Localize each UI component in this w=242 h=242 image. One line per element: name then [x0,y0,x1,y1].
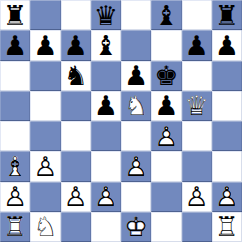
square-h6[interactable] [212,61,242,91]
square-d6[interactable] [91,61,121,91]
square-c2[interactable]: ♟♙ [61,182,91,212]
piece-white-queen[interactable]: ♛♕ [185,92,209,119]
square-c5[interactable] [61,91,91,121]
square-e3[interactable]: ♟♙ [121,151,151,181]
piece-outline-layer: ♙ [154,121,178,152]
square-b1[interactable]: ♞♘ [30,212,60,242]
square-h5[interactable] [212,91,242,121]
square-g3[interactable] [182,151,212,181]
piece-white-pawn[interactable]: ♟♙ [94,183,118,210]
piece-white-pawn[interactable]: ♟♙ [33,153,57,180]
piece-white-pawn[interactable]: ♟♙ [64,183,88,210]
square-c6[interactable]: ♞ [61,61,91,91]
piece-black-pawn[interactable]: ♟ [94,92,118,119]
square-c3[interactable] [61,151,91,181]
chess-board: ♜♛♝♜♟♟♟♝♟♟♞♟♚♟♞♘♟♛♕♟♙♝♗♟♙♟♙♟♙♟♙♟♙♟♙♟♙♜♖♞… [0,0,242,242]
piece-white-bishop[interactable]: ♝♗ [3,153,27,180]
square-f4[interactable]: ♟♙ [151,121,181,151]
square-d8[interactable]: ♛ [91,0,121,30]
square-a6[interactable] [0,61,30,91]
square-b7[interactable]: ♟ [30,30,60,60]
square-c1[interactable] [61,212,91,242]
square-g2[interactable]: ♟♙ [182,182,212,212]
square-f2[interactable] [151,182,181,212]
square-g8[interactable] [182,0,212,30]
piece-white-pawn[interactable]: ♟♙ [154,123,178,150]
square-f1[interactable] [151,212,181,242]
square-a4[interactable] [0,121,30,151]
square-f8[interactable]: ♝ [151,0,181,30]
square-g7[interactable]: ♟ [182,30,212,60]
square-f5[interactable]: ♟ [151,91,181,121]
square-g5[interactable]: ♛♕ [182,91,212,121]
square-h3[interactable] [212,151,242,181]
piece-white-pawn[interactable]: ♟♙ [185,183,209,210]
square-e2[interactable] [121,182,151,212]
piece-black-pawn[interactable]: ♟ [124,62,148,89]
piece-outline-layer: ♙ [94,181,118,212]
square-d5[interactable]: ♟ [91,91,121,121]
square-h4[interactable] [212,121,242,151]
square-d2[interactable]: ♟♙ [91,182,121,212]
square-c7[interactable]: ♟ [61,30,91,60]
piece-outline-layer: ♙ [64,181,88,212]
square-d1[interactable] [91,212,121,242]
piece-black-rook[interactable]: ♜ [3,2,27,29]
square-g4[interactable] [182,121,212,151]
square-f7[interactable] [151,30,181,60]
piece-outline-layer: ♙ [124,151,148,182]
piece-outline-layer: ♙ [215,181,239,212]
square-a3[interactable]: ♝♗ [0,151,30,181]
piece-outline-layer: ♖ [215,211,239,242]
piece-black-pawn[interactable]: ♟ [3,32,27,59]
square-e5[interactable]: ♞♘ [121,91,151,121]
square-a7[interactable]: ♟ [0,30,30,60]
square-b4[interactable] [30,121,60,151]
square-h8[interactable]: ♜ [212,0,242,30]
square-b2[interactable] [30,182,60,212]
square-g6[interactable] [182,61,212,91]
square-b6[interactable] [30,61,60,91]
piece-outline-layer: ♙ [3,181,27,212]
square-d3[interactable] [91,151,121,181]
piece-black-knight[interactable]: ♞ [64,62,88,89]
piece-outline-layer: ♘ [33,211,57,242]
piece-outline-layer: ♖ [3,211,27,242]
square-b8[interactable] [30,0,60,30]
piece-white-king[interactable]: ♚♔ [124,213,148,240]
piece-outline-layer: ♗ [3,151,27,182]
square-e8[interactable] [121,0,151,30]
piece-white-knight[interactable]: ♞♘ [124,92,148,119]
square-h2[interactable]: ♟♙ [212,182,242,212]
piece-black-pawn[interactable]: ♟ [154,92,178,119]
square-f6[interactable]: ♚ [151,61,181,91]
square-b5[interactable] [30,91,60,121]
square-d7[interactable]: ♝ [91,30,121,60]
square-a2[interactable]: ♟♙ [0,182,30,212]
square-b3[interactable]: ♟♙ [30,151,60,181]
square-e7[interactable] [121,30,151,60]
square-e6[interactable]: ♟ [121,61,151,91]
piece-white-knight[interactable]: ♞♘ [33,213,57,240]
piece-black-pawn[interactable]: ♟ [215,32,239,59]
piece-black-king[interactable]: ♚ [154,62,178,89]
piece-black-pawn[interactable]: ♟ [185,32,209,59]
square-h1[interactable]: ♜♖ [212,212,242,242]
piece-black-rook[interactable]: ♜ [215,2,239,29]
square-f3[interactable] [151,151,181,181]
piece-outline-layer: ♙ [33,151,57,182]
square-c4[interactable] [61,121,91,151]
piece-outline-layer: ♕ [185,90,209,121]
piece-white-pawn[interactable]: ♟♙ [124,153,148,180]
piece-outline-layer: ♔ [124,211,148,242]
square-h7[interactable]: ♟ [212,30,242,60]
piece-black-pawn[interactable]: ♟ [64,32,88,59]
square-e1[interactable]: ♚♔ [121,212,151,242]
piece-white-rook[interactable]: ♜♖ [3,213,27,240]
square-e4[interactable] [121,121,151,151]
piece-outline-layer: ♘ [124,90,148,121]
square-d4[interactable] [91,121,121,151]
piece-black-pawn[interactable]: ♟ [33,32,57,59]
chess-app-window: ♜♛♝♜♟♟♟♝♟♟♞♟♚♟♞♘♟♛♕♟♙♝♗♟♙♟♙♟♙♟♙♟♙♟♙♟♙♜♖♞… [0,0,242,242]
piece-black-bishop[interactable]: ♝ [154,2,178,29]
square-a1[interactable]: ♜♖ [0,212,30,242]
piece-black-queen[interactable]: ♛ [94,2,118,29]
square-a8[interactable]: ♜ [0,0,30,30]
piece-black-bishop[interactable]: ♝ [94,32,118,59]
square-c8[interactable] [61,0,91,30]
piece-white-rook[interactable]: ♜♖ [215,213,239,240]
piece-white-pawn[interactable]: ♟♙ [3,183,27,210]
square-g1[interactable] [182,212,212,242]
piece-white-pawn[interactable]: ♟♙ [215,183,239,210]
square-a5[interactable] [0,91,30,121]
piece-outline-layer: ♙ [185,181,209,212]
